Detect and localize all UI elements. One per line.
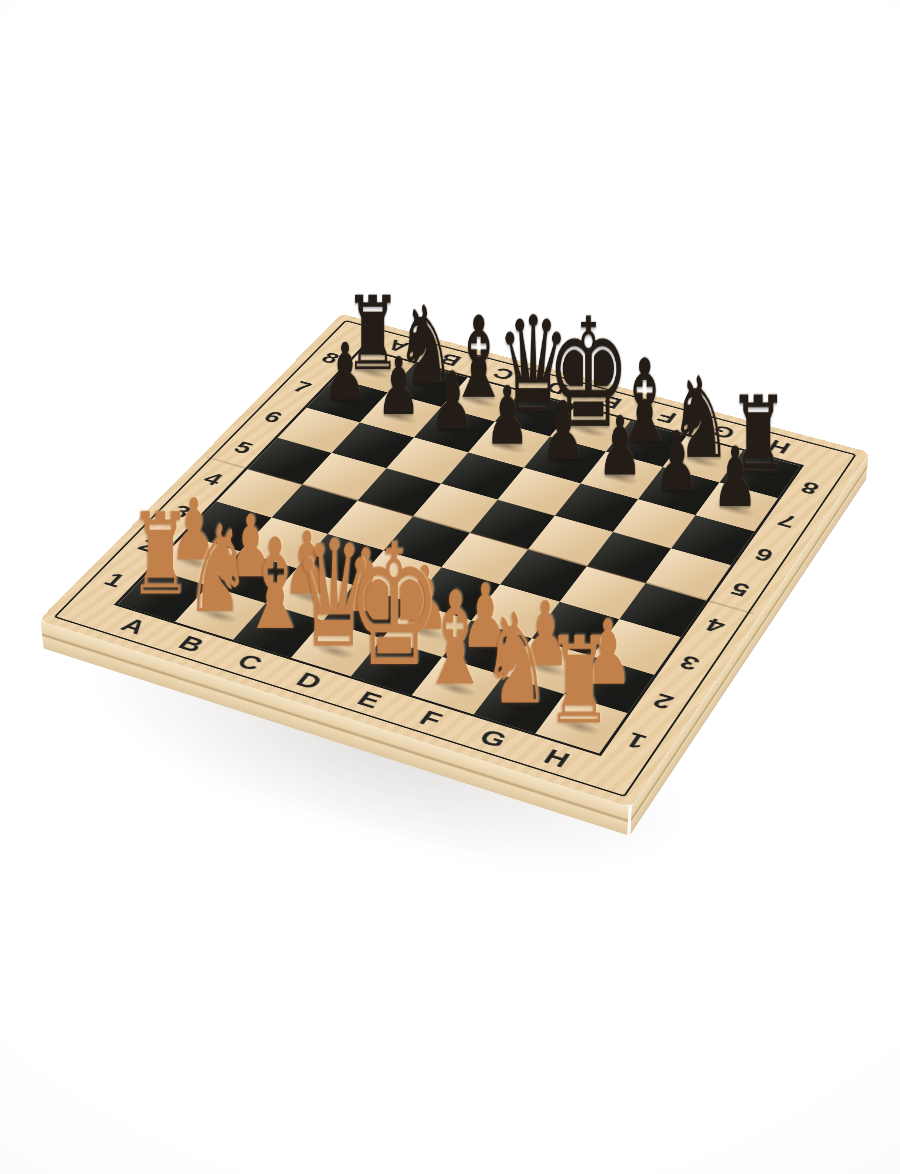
white-rook-a1: ♜ [129,498,192,611]
black-pawn-d7: ♟ [485,375,530,456]
white-bishop-f1: ♝ [419,575,490,704]
white-rook-h1: ♜ [546,621,613,741]
black-pawn-h7: ♟ [712,436,758,519]
black-pawn-e7: ♟ [541,390,586,471]
black-pawn-c7: ♟ [430,361,475,441]
black-pawn-a7: ♟ [323,332,367,411]
white-knight-g1: ♞ [482,597,552,722]
black-pawn-f7: ♟ [597,405,643,487]
black-pawn-b7: ♟ [376,347,420,427]
black-pawn-g7: ♟ [654,420,700,502]
photo-canvas: ABCDEFGH ABCDEFGH 87654321 87654321 ♜♞♝♛… [0,0,900,1174]
